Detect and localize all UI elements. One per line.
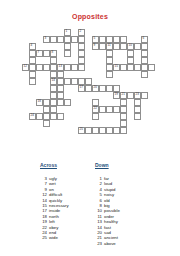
clue-item: 23above: [95, 241, 157, 246]
crossword-cell[interactable]: 17: [78, 85, 85, 92]
crossword-cell[interactable]: [113, 127, 120, 134]
clue-item: 25wide: [40, 235, 92, 240]
crossword-cell[interactable]: [50, 92, 57, 99]
crossword-cell[interactable]: [127, 57, 134, 64]
crossword-cell[interactable]: [50, 106, 57, 113]
crossword-cell[interactable]: [43, 113, 50, 120]
across-header: Across: [40, 162, 92, 168]
crossword-cell[interactable]: [127, 64, 134, 71]
crossword-cell[interactable]: [64, 78, 71, 85]
crossword-cell[interactable]: [106, 85, 113, 92]
crossword-cell[interactable]: 1: [64, 29, 71, 36]
cell-number: 23: [136, 93, 139, 96]
crossword-cell[interactable]: [99, 85, 106, 92]
crossword-cell[interactable]: 22: [92, 106, 99, 113]
crossword-cell[interactable]: 9: [92, 43, 99, 50]
crossword-cell[interactable]: 24: [29, 113, 36, 120]
puzzle-title: Opposites: [0, 13, 180, 20]
crossword-cell[interactable]: [141, 50, 148, 57]
crossword-cell[interactable]: [120, 43, 127, 50]
cell-number: 6: [143, 37, 145, 40]
crossword-cell[interactable]: 20: [92, 85, 99, 92]
crossword-cell[interactable]: [106, 36, 113, 43]
down-clues: 1far2loud4stupid5noisy6old8big10possible…: [95, 176, 157, 246]
crossword-cell[interactable]: [106, 64, 113, 71]
crossword-cell[interactable]: [78, 57, 85, 64]
crossword-cell[interactable]: [50, 85, 57, 92]
crossword-cell[interactable]: [127, 92, 134, 99]
crossword-cell[interactable]: [50, 64, 57, 71]
crossword-cell[interactable]: [120, 113, 127, 120]
crossword-cell[interactable]: [134, 99, 141, 106]
crossword-cell[interactable]: [57, 85, 64, 92]
cell-number: 12: [24, 65, 27, 68]
crossword-cell[interactable]: [57, 78, 64, 85]
crossword-cell[interactable]: [92, 127, 99, 134]
crossword-cell[interactable]: [78, 78, 85, 85]
cell-number: 11: [108, 44, 111, 47]
crossword-cell[interactable]: [36, 113, 43, 120]
crossword-cell[interactable]: [50, 99, 57, 106]
clue-number: 25: [40, 235, 47, 240]
crossword-cell[interactable]: [57, 92, 64, 99]
crossword-cell[interactable]: [64, 36, 71, 43]
cell-number: 15: [115, 65, 118, 68]
cell-number: 22: [94, 107, 97, 110]
crossword-cell[interactable]: 14: [50, 78, 57, 85]
crossword-cell[interactable]: [134, 43, 141, 50]
crossword-grid: 123564911107812131514172019212318222425: [22, 29, 155, 134]
cell-number: 3: [45, 37, 47, 40]
cell-number: 10: [129, 44, 132, 47]
down-section: Down 1far2loud4stupid5noisy6old8big10pos…: [95, 162, 157, 246]
crossword-cell[interactable]: [78, 43, 85, 50]
crossword-cell[interactable]: 23: [134, 92, 141, 99]
crossword-cell[interactable]: 11: [106, 43, 113, 50]
crossword-cell[interactable]: [113, 106, 120, 113]
cell-number: 19: [115, 93, 118, 96]
cell-number: 7: [38, 51, 40, 54]
crossword-cell[interactable]: [113, 85, 120, 92]
crossword-cell[interactable]: [57, 99, 64, 106]
cell-number: 9: [94, 44, 96, 47]
crossword-cell[interactable]: [141, 64, 148, 71]
crossword-cell[interactable]: [106, 106, 113, 113]
cell-number: 14: [52, 79, 55, 82]
crossword-cell[interactable]: [141, 71, 148, 78]
crossword-cell[interactable]: [120, 64, 127, 71]
crossword-cell[interactable]: [57, 71, 64, 78]
crossword-cell[interactable]: 25: [78, 127, 85, 134]
crossword-cell[interactable]: 12: [22, 64, 29, 71]
crossword-cell[interactable]: 2: [78, 29, 85, 36]
crossword-cell[interactable]: [134, 113, 141, 120]
cell-number: 2: [80, 30, 82, 33]
cell-number: 1: [66, 30, 68, 33]
crossword-cell[interactable]: [134, 106, 141, 113]
crossword-cell[interactable]: [71, 78, 78, 85]
crossword-cell[interactable]: [71, 64, 78, 71]
crossword-cell[interactable]: [43, 50, 50, 57]
cell-number: 20: [94, 86, 97, 89]
crossword-cell[interactable]: [43, 120, 50, 127]
crossword-cell[interactable]: [64, 50, 71, 57]
crossword-cell[interactable]: [29, 64, 36, 71]
cell-number: 13: [59, 65, 62, 68]
crossword-cell[interactable]: [92, 99, 99, 106]
crossword-cell[interactable]: [85, 85, 92, 92]
crossword-cell[interactable]: [85, 78, 92, 85]
crossword-cell[interactable]: [78, 64, 85, 71]
crossword-cell[interactable]: [43, 106, 50, 113]
cell-number: 5: [94, 37, 96, 40]
cell-number: 21: [122, 93, 125, 96]
crossword-cell[interactable]: [120, 106, 127, 113]
cell-number: 4: [31, 44, 33, 47]
crossword-cell[interactable]: [57, 113, 64, 120]
crossword-cell[interactable]: [29, 78, 36, 85]
crossword-cell[interactable]: [64, 64, 71, 71]
crossword-cell[interactable]: [29, 57, 36, 64]
crossword-cell[interactable]: [113, 43, 120, 50]
crossword-cell[interactable]: 19: [113, 92, 120, 99]
crossword-cell[interactable]: [99, 36, 106, 43]
crossword-cell[interactable]: [120, 99, 127, 106]
crossword-cell[interactable]: [64, 43, 71, 50]
crossword-cell[interactable]: [120, 36, 127, 43]
crossword-cell[interactable]: 15: [113, 64, 120, 71]
crossword-cell[interactable]: [36, 64, 43, 71]
crossword-cell[interactable]: [50, 57, 57, 64]
crossword-cell[interactable]: [106, 71, 113, 78]
clue-number: 23: [95, 241, 102, 246]
crossword-cell[interactable]: [106, 57, 113, 64]
crossword-cell[interactable]: [50, 113, 57, 120]
crossword-cell[interactable]: [120, 120, 127, 127]
crossword-cell[interactable]: [78, 50, 85, 57]
cell-number: 8: [52, 51, 54, 54]
crossword-cell[interactable]: [113, 36, 120, 43]
crossword-cell[interactable]: [43, 99, 50, 106]
crossword-cell[interactable]: [85, 127, 92, 134]
crossword-cell[interactable]: [127, 50, 134, 57]
crossword-cell[interactable]: 3: [43, 36, 50, 43]
crossword-cell[interactable]: [92, 113, 99, 120]
crossword-cell[interactable]: [99, 127, 106, 134]
clue-word: above: [104, 241, 116, 246]
across-section: Across 3ugly7wet9on12difficult14quickly1…: [40, 162, 92, 241]
crossword-cell[interactable]: [50, 36, 57, 43]
crossword-cell[interactable]: [99, 106, 106, 113]
crossword-cell[interactable]: [57, 36, 64, 43]
crossword-cell[interactable]: 7: [36, 50, 43, 57]
crossword-cell[interactable]: 5: [92, 36, 99, 43]
crossword-cell[interactable]: [71, 36, 78, 43]
crossword-cell[interactable]: 13: [57, 64, 64, 71]
crossword-cell[interactable]: [29, 71, 36, 78]
cell-number: 18: [38, 100, 41, 103]
cell-number: 17: [80, 86, 83, 89]
crossword-cell[interactable]: [134, 64, 141, 71]
crossword-cell[interactable]: [106, 50, 113, 57]
crossword-cell[interactable]: 21: [120, 92, 127, 99]
crossword-cell[interactable]: [50, 71, 57, 78]
crossword-cell[interactable]: [29, 50, 36, 57]
crossword-cell[interactable]: [106, 127, 113, 134]
crossword-cell[interactable]: 6: [141, 36, 148, 43]
crossword-cell[interactable]: 10: [127, 43, 134, 50]
crossword-cell[interactable]: 8: [50, 50, 57, 57]
crossword-cell[interactable]: [120, 127, 127, 134]
crossword-cell[interactable]: [43, 64, 50, 71]
crossword-cell[interactable]: [99, 43, 106, 50]
across-clues: 3ugly7wet9on12difficult14quickly15necess…: [40, 176, 92, 241]
cell-number: 24: [31, 114, 34, 117]
crossword-cell[interactable]: [141, 92, 148, 99]
crossword-cell[interactable]: [148, 64, 155, 71]
crossword-cell[interactable]: [64, 99, 71, 106]
worksheet-page: Opposites 123564911107812131514172019212…: [0, 0, 180, 256]
crossword-cell[interactable]: [78, 36, 85, 43]
crossword-cell[interactable]: 18: [36, 99, 43, 106]
crossword-cell[interactable]: [141, 43, 148, 50]
crossword-cell[interactable]: [141, 57, 148, 64]
clue-word: wide: [49, 235, 58, 240]
cell-number: 25: [80, 128, 83, 131]
down-header: Down: [95, 162, 157, 168]
crossword-cell[interactable]: 4: [29, 43, 36, 50]
